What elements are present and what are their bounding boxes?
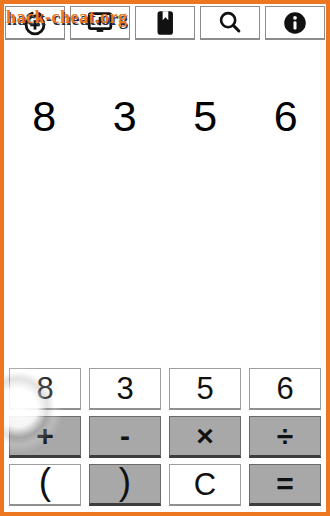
info-button[interactable]	[265, 6, 325, 40]
key-3[interactable]: 3	[89, 368, 161, 410]
key-divide[interactable]: ÷	[249, 416, 321, 458]
puzzle-numbers-display: 8 3 5 6	[4, 93, 326, 140]
key-8[interactable]: 8	[9, 368, 81, 410]
key-minus[interactable]: -	[89, 416, 161, 458]
key-close-paren[interactable]: )	[89, 464, 161, 506]
key-5[interactable]: 5	[169, 368, 241, 410]
puzzle-number: 6	[246, 93, 327, 140]
key-6[interactable]: 6	[249, 368, 321, 410]
search-button[interactable]	[200, 6, 260, 40]
key-multiply[interactable]: ×	[169, 416, 241, 458]
search-icon	[215, 8, 245, 38]
monitor-plus-icon	[85, 8, 115, 38]
puzzle-number: 5	[165, 93, 246, 140]
puzzle-number: 3	[85, 93, 166, 140]
key-open-paren[interactable]: (	[9, 464, 81, 506]
puzzle-number: 8	[4, 93, 85, 140]
key-clear[interactable]: C	[169, 464, 241, 506]
new-puzzle-button[interactable]	[5, 6, 65, 40]
info-icon	[280, 8, 310, 38]
key-equals[interactable]: =	[249, 464, 321, 506]
toolbar	[4, 4, 326, 40]
bookmark-button[interactable]	[135, 6, 195, 40]
add-to-screen-button[interactable]	[70, 6, 130, 40]
calculator-keypad: 8 3 5 6 + - × ÷ ( ) C =	[9, 368, 321, 506]
key-plus[interactable]: +	[9, 416, 81, 458]
app-screen: hack-cheat.org	[0, 0, 330, 516]
bookmark-icon	[150, 8, 180, 38]
circled-plus-refresh-icon	[20, 8, 50, 38]
